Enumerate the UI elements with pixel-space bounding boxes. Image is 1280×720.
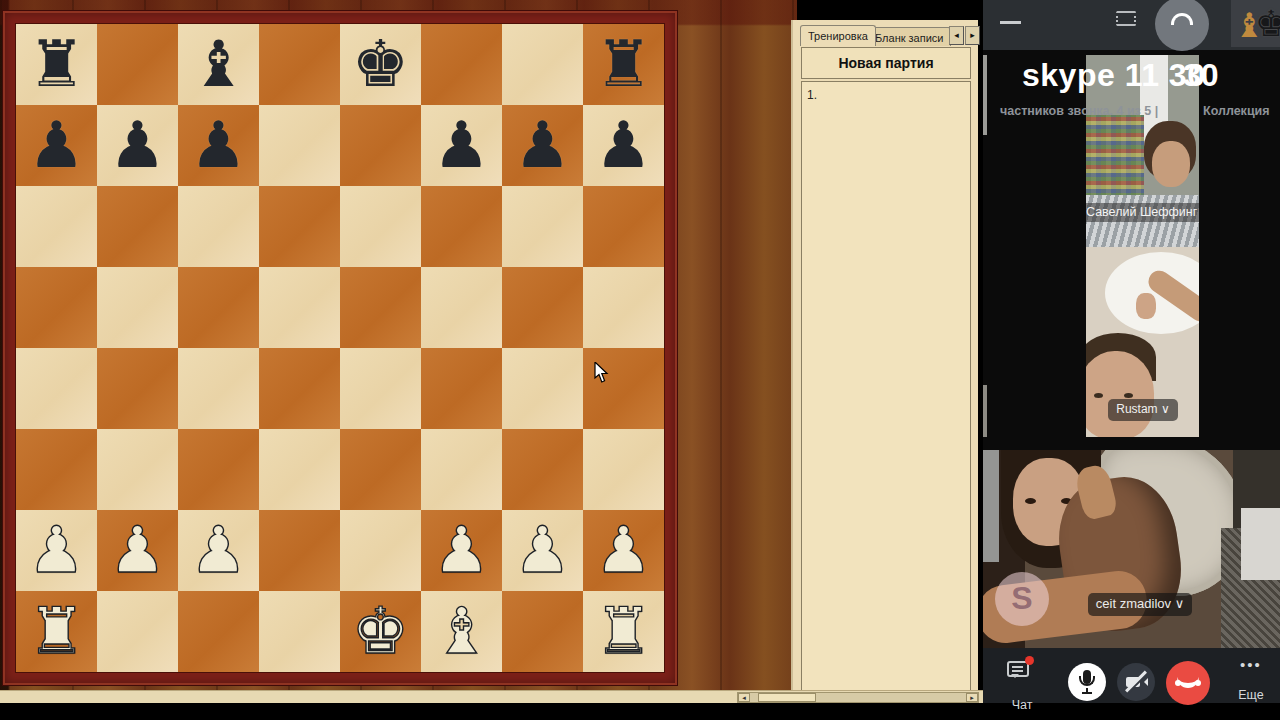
square-f6[interactable] xyxy=(421,186,502,267)
square-b7[interactable]: ♟ xyxy=(97,105,178,186)
chevron-down-icon: ∨ xyxy=(1161,402,1170,416)
square-e8[interactable]: ♚ xyxy=(340,24,421,105)
scroll-right-arrow-icon[interactable]: ▸ xyxy=(966,693,978,702)
square-h4[interactable] xyxy=(583,348,664,429)
camera-off-icon xyxy=(1140,678,1148,686)
video-tile-cutoff[interactable] xyxy=(983,385,987,437)
square-h3[interactable] xyxy=(583,429,664,510)
square-b4[interactable] xyxy=(97,348,178,429)
video-background xyxy=(983,450,999,562)
square-b8[interactable] xyxy=(97,24,178,105)
square-a1[interactable]: ♜ xyxy=(16,591,97,672)
video-background xyxy=(1086,115,1144,201)
square-h8[interactable]: ♜ xyxy=(583,24,664,105)
person-circle-button[interactable] xyxy=(1155,0,1209,51)
square-c1[interactable] xyxy=(178,591,259,672)
minimize-icon[interactable] xyxy=(1000,21,1021,24)
scrollbar-thumb[interactable] xyxy=(758,693,816,702)
square-d5[interactable] xyxy=(259,267,340,348)
microphone-button[interactable] xyxy=(1068,663,1106,701)
piece-white-king: ♚ xyxy=(340,591,421,672)
screenshare-icon[interactable] xyxy=(1116,11,1136,26)
square-f4[interactable] xyxy=(421,348,502,429)
call-title: skype 11 30 xyxy=(1022,57,1205,94)
square-c4[interactable] xyxy=(178,348,259,429)
piece-black-pawn: ♟ xyxy=(16,105,97,186)
square-h6[interactable] xyxy=(583,186,664,267)
square-e2[interactable] xyxy=(340,510,421,591)
piece-black-rook: ♜ xyxy=(16,24,97,105)
square-b3[interactable] xyxy=(97,429,178,510)
piece-black-pawn: ♟ xyxy=(178,105,259,186)
move-list[interactable]: 1. xyxy=(801,81,971,697)
square-g7[interactable]: ♟ xyxy=(502,105,583,186)
piece-black-pawn: ♟ xyxy=(583,105,664,186)
square-a2[interactable]: ♟ xyxy=(16,510,97,591)
square-g2[interactable]: ♟ xyxy=(502,510,583,591)
scroll-left-arrow-icon[interactable]: ◂ xyxy=(738,693,750,702)
participant-name-label[interactable]: Савелий Шеффинг ∨ xyxy=(1086,203,1199,222)
camera-off-button[interactable] xyxy=(1117,663,1155,701)
square-c2[interactable]: ♟ xyxy=(178,510,259,591)
profile-avatar[interactable]: ♝ ♚ xyxy=(1231,0,1280,47)
square-f5[interactable] xyxy=(421,267,502,348)
piece-white-bishop: ♝ xyxy=(421,591,502,672)
participant-name-label[interactable]: ceit zmadilov ∨ xyxy=(1088,593,1192,616)
square-d4[interactable] xyxy=(259,348,340,429)
square-f1[interactable]: ♝ xyxy=(421,591,502,672)
square-a6[interactable] xyxy=(16,186,97,267)
square-g3[interactable] xyxy=(502,429,583,510)
chess-app-window: ♜♝♚♜♟♟♟♟♟♟♟♟♟♟♟♟♜♚♝♜ ◂ ▸ xyxy=(0,0,797,703)
square-d2[interactable] xyxy=(259,510,340,591)
mouse-cursor xyxy=(594,362,609,384)
chat-label: Чат xyxy=(992,698,1052,712)
piece-black-king: ♚ xyxy=(340,24,421,105)
square-f8[interactable] xyxy=(421,24,502,105)
participant-figure xyxy=(1136,293,1156,319)
video-tile-ceit[interactable]: S ceit zmadilov ∨ xyxy=(983,450,1280,648)
call-subtitle: частников звонка. 4 из 5 | xyxy=(1000,104,1158,118)
status-strip: ◂ ▸ xyxy=(0,690,983,703)
person-silhouette-icon xyxy=(1171,13,1193,25)
video-tile-cutoff[interactable] xyxy=(983,55,987,135)
horizontal-scrollbar[interactable]: ◂ ▸ xyxy=(737,692,979,703)
square-a5[interactable] xyxy=(16,267,97,348)
participant-name-label[interactable]: Rustam ∨ xyxy=(1108,399,1178,421)
square-b5[interactable] xyxy=(97,267,178,348)
piece-black-rook: ♜ xyxy=(583,24,664,105)
tab-scroll-right-button[interactable]: ▸ xyxy=(965,26,980,45)
more-label: Еще xyxy=(1221,688,1280,702)
video-tile-rustam[interactable]: Rustam ∨ xyxy=(1086,247,1199,437)
square-c7[interactable]: ♟ xyxy=(178,105,259,186)
square-e3[interactable] xyxy=(340,429,421,510)
more-options-button[interactable]: ••• Еще xyxy=(1233,656,1269,700)
piece-white-pawn: ♟ xyxy=(178,510,259,591)
call-subtitle-right: Коллекция xyxy=(1203,104,1270,118)
square-g6[interactable] xyxy=(502,186,583,267)
participant-figure xyxy=(1094,393,1103,398)
square-a8[interactable]: ♜ xyxy=(16,24,97,105)
square-g4[interactable] xyxy=(502,348,583,429)
tab-scoresheet[interactable]: Бланк записи xyxy=(867,27,951,46)
screen: ♜♝♚♜♟♟♟♟♟♟♟♟♟♟♟♟♜♚♝♜ ◂ ▸ Тренировка Блан… xyxy=(0,0,1280,720)
participant-figure xyxy=(1124,393,1133,398)
avatar-chess-piece-dark: ♚ xyxy=(1255,3,1280,44)
participant-figure xyxy=(1152,141,1190,187)
square-d6[interactable] xyxy=(259,186,340,267)
square-c8[interactable]: ♝ xyxy=(178,24,259,105)
piece-white-rook: ♜ xyxy=(16,591,97,672)
notation-panel: Тренировка Бланк записи Н ◂ ▸ Новая парт… xyxy=(791,20,978,703)
chevron-down-icon: ∨ xyxy=(1175,596,1185,611)
square-a4[interactable] xyxy=(16,348,97,429)
skype-topbar: ♝ ♚ xyxy=(983,0,1280,50)
tab-scroll-left-button[interactable]: ◂ xyxy=(949,26,964,45)
square-e4[interactable] xyxy=(340,348,421,429)
square-d1[interactable] xyxy=(259,591,340,672)
end-call-button[interactable] xyxy=(1166,661,1210,705)
game-title-header: Новая партия xyxy=(801,47,971,79)
watermark-badge: S xyxy=(995,572,1049,626)
square-c6[interactable] xyxy=(178,186,259,267)
microphone-icon xyxy=(1079,676,1095,686)
square-d8[interactable] xyxy=(259,24,340,105)
square-f3[interactable] xyxy=(421,429,502,510)
square-f7[interactable]: ♟ xyxy=(421,105,502,186)
piece-white-pawn: ♟ xyxy=(16,510,97,591)
piece-black-bishop: ♝ xyxy=(178,24,259,105)
square-d7[interactable] xyxy=(259,105,340,186)
piece-black-pawn: ♟ xyxy=(502,105,583,186)
piece-white-pawn: ♟ xyxy=(583,510,664,591)
square-g1[interactable] xyxy=(502,591,583,672)
square-h2[interactable]: ♟ xyxy=(583,510,664,591)
square-b6[interactable] xyxy=(97,186,178,267)
square-g5[interactable] xyxy=(502,267,583,348)
piece-white-pawn: ♟ xyxy=(421,510,502,591)
chat-notification-dot xyxy=(1025,656,1034,665)
square-h1[interactable]: ♜ xyxy=(583,591,664,672)
call-controls-bar: Чат ••• Еще xyxy=(983,648,1280,703)
phone-handset-icon xyxy=(1177,677,1199,688)
piece-white-pawn: ♟ xyxy=(502,510,583,591)
square-e5[interactable] xyxy=(340,267,421,348)
square-c5[interactable] xyxy=(178,267,259,348)
square-e1[interactable]: ♚ xyxy=(340,591,421,672)
square-g8[interactable] xyxy=(502,24,583,105)
piece-black-pawn: ♟ xyxy=(97,105,178,186)
square-c3[interactable] xyxy=(178,429,259,510)
skype-panel: ♝ ♚ skype 11 30 30 частников звонка. 4 и… xyxy=(983,0,1280,703)
square-h7[interactable]: ♟ xyxy=(583,105,664,186)
square-e6[interactable] xyxy=(340,186,421,267)
ellipsis-icon: ••• xyxy=(1233,656,1269,674)
chat-button[interactable]: Чат xyxy=(1005,658,1039,698)
piece-white-rook: ♜ xyxy=(583,591,664,672)
participant-figure xyxy=(1025,498,1036,504)
square-a3[interactable] xyxy=(16,429,97,510)
square-f2[interactable]: ♟ xyxy=(421,510,502,591)
square-b1[interactable] xyxy=(97,591,178,672)
piece-black-pawn: ♟ xyxy=(421,105,502,186)
microphone-icon xyxy=(1082,692,1092,694)
tab-training[interactable]: Тренировка xyxy=(800,25,876,46)
board-frame: ♜♝♚♜♟♟♟♟♟♟♟♟♟♟♟♟♜♚♝♜ xyxy=(2,10,678,686)
video-background xyxy=(1241,508,1280,580)
chess-board: ♜♝♚♜♟♟♟♟♟♟♟♟♟♟♟♟♜♚♝♜ xyxy=(16,24,664,672)
piece-white-pawn: ♟ xyxy=(97,510,178,591)
square-a7[interactable]: ♟ xyxy=(16,105,97,186)
square-b2[interactable]: ♟ xyxy=(97,510,178,591)
square-h5[interactable] xyxy=(583,267,664,348)
square-e7[interactable] xyxy=(340,105,421,186)
call-title-right: 30 xyxy=(1183,57,1219,94)
square-d3[interactable] xyxy=(259,429,340,510)
